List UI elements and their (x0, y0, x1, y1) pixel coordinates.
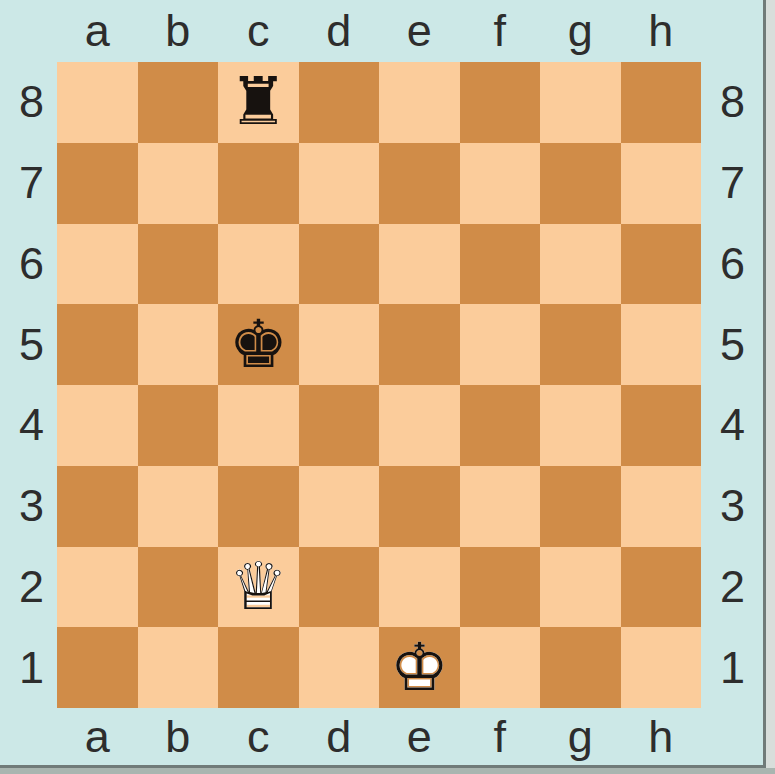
square-c3[interactable] (218, 466, 299, 547)
square-b7[interactable] (138, 143, 219, 224)
square-e6[interactable] (379, 224, 460, 305)
square-c8[interactable]: ♜ (218, 62, 299, 143)
rank-label-right-3: 3 (701, 466, 764, 547)
square-a8[interactable] (57, 62, 138, 143)
rank-label-left-7: 7 (0, 143, 57, 224)
rank-label-right-5: 5 (701, 304, 764, 385)
piece-black-king-c5[interactable]: ♚ (229, 312, 288, 378)
square-e2[interactable] (379, 547, 460, 628)
file-label-bottom-a: a (57, 708, 138, 766)
file-label-bottom-g: g (540, 708, 621, 766)
rank-label-left-8: 8 (0, 62, 57, 143)
square-b5[interactable] (138, 304, 219, 385)
rank-label-left-1: 1 (0, 627, 57, 708)
square-f7[interactable] (460, 143, 541, 224)
square-h5[interactable] (621, 304, 702, 385)
file-label-bottom-h: h (621, 708, 702, 766)
square-a2[interactable] (57, 547, 138, 628)
rank-label-right-2: 2 (701, 547, 764, 628)
square-f6[interactable] (460, 224, 541, 305)
rank-labels-left: 87654321 (0, 62, 57, 708)
piece-white-queen-c2[interactable]: ♛♕ (229, 554, 288, 620)
piece-white-king-e1[interactable]: ♚♔ (390, 635, 449, 701)
square-d8[interactable] (299, 62, 380, 143)
rank-label-left-6: 6 (0, 224, 57, 305)
piece-outline-glyph: ♔ (390, 629, 449, 706)
file-label-bottom-c: c (218, 708, 299, 766)
square-h3[interactable] (621, 466, 702, 547)
rank-label-right-4: 4 (701, 385, 764, 466)
square-f3[interactable] (460, 466, 541, 547)
square-d7[interactable] (299, 143, 380, 224)
square-a4[interactable] (57, 385, 138, 466)
rank-label-left-5: 5 (0, 304, 57, 385)
square-g6[interactable] (540, 224, 621, 305)
rank-label-right-1: 1 (701, 627, 764, 708)
square-c1[interactable] (218, 627, 299, 708)
square-c6[interactable] (218, 224, 299, 305)
square-c4[interactable] (218, 385, 299, 466)
scan-edge-bottom (0, 768, 775, 774)
piece-outline-glyph: ♕ (229, 548, 288, 625)
square-b8[interactable] (138, 62, 219, 143)
file-label-top-f: f (460, 0, 541, 62)
square-c5[interactable]: ♚ (218, 304, 299, 385)
square-h4[interactable] (621, 385, 702, 466)
file-label-top-b: b (138, 0, 219, 62)
square-d1[interactable] (299, 627, 380, 708)
rank-label-right-8: 8 (701, 62, 764, 143)
rank-label-left-2: 2 (0, 547, 57, 628)
square-e1[interactable]: ♚♔ (379, 627, 460, 708)
square-g3[interactable] (540, 466, 621, 547)
piece-glyph: ♜ (229, 63, 288, 140)
square-f8[interactable] (460, 62, 541, 143)
square-a3[interactable] (57, 466, 138, 547)
chess-diagram-page: abcdefgh abcdefgh 87654321 87654321 ♜♚♛♕… (0, 0, 775, 774)
square-e7[interactable] (379, 143, 460, 224)
square-b4[interactable] (138, 385, 219, 466)
square-a7[interactable] (57, 143, 138, 224)
square-h8[interactable] (621, 62, 702, 143)
square-a1[interactable] (57, 627, 138, 708)
square-e5[interactable] (379, 304, 460, 385)
file-label-top-d: d (299, 0, 380, 62)
scan-edge-right (766, 0, 775, 768)
square-h6[interactable] (621, 224, 702, 305)
square-f4[interactable] (460, 385, 541, 466)
file-label-bottom-f: f (460, 708, 541, 766)
square-b6[interactable] (138, 224, 219, 305)
square-a6[interactable] (57, 224, 138, 305)
square-h2[interactable] (621, 547, 702, 628)
file-label-top-h: h (621, 0, 702, 62)
file-label-top-g: g (540, 0, 621, 62)
piece-glyph: ♚ (229, 306, 288, 383)
square-f1[interactable] (460, 627, 541, 708)
square-g4[interactable] (540, 385, 621, 466)
file-label-bottom-b: b (138, 708, 219, 766)
rank-label-left-4: 4 (0, 385, 57, 466)
square-e3[interactable] (379, 466, 460, 547)
rank-label-right-6: 6 (701, 224, 764, 305)
square-h7[interactable] (621, 143, 702, 224)
square-g2[interactable] (540, 547, 621, 628)
square-c7[interactable] (218, 143, 299, 224)
square-g7[interactable] (540, 143, 621, 224)
square-h1[interactable] (621, 627, 702, 708)
square-g1[interactable] (540, 627, 621, 708)
file-label-bottom-d: d (299, 708, 380, 766)
square-d5[interactable] (299, 304, 380, 385)
square-b3[interactable] (138, 466, 219, 547)
square-b1[interactable] (138, 627, 219, 708)
square-d4[interactable] (299, 385, 380, 466)
file-label-top-e: e (379, 0, 460, 62)
rank-label-right-7: 7 (701, 143, 764, 224)
square-g5[interactable] (540, 304, 621, 385)
square-f2[interactable] (460, 547, 541, 628)
square-c2[interactable]: ♛♕ (218, 547, 299, 628)
file-label-top-c: c (218, 0, 299, 62)
file-label-top-a: a (57, 0, 138, 62)
square-e4[interactable] (379, 385, 460, 466)
rank-labels-right: 87654321 (701, 62, 764, 708)
chess-board: ♜♚♛♕♚♔ (57, 62, 701, 708)
square-f5[interactable] (460, 304, 541, 385)
file-label-bottom-e: e (379, 708, 460, 766)
square-e8[interactable] (379, 62, 460, 143)
square-d2[interactable] (299, 547, 380, 628)
piece-black-rook-c8[interactable]: ♜ (229, 69, 288, 135)
square-d6[interactable] (299, 224, 380, 305)
file-labels-top: abcdefgh (57, 0, 701, 62)
square-b2[interactable] (138, 547, 219, 628)
file-labels-bottom: abcdefgh (57, 708, 701, 766)
rank-label-left-3: 3 (0, 466, 57, 547)
square-g8[interactable] (540, 62, 621, 143)
square-a5[interactable] (57, 304, 138, 385)
square-d3[interactable] (299, 466, 380, 547)
